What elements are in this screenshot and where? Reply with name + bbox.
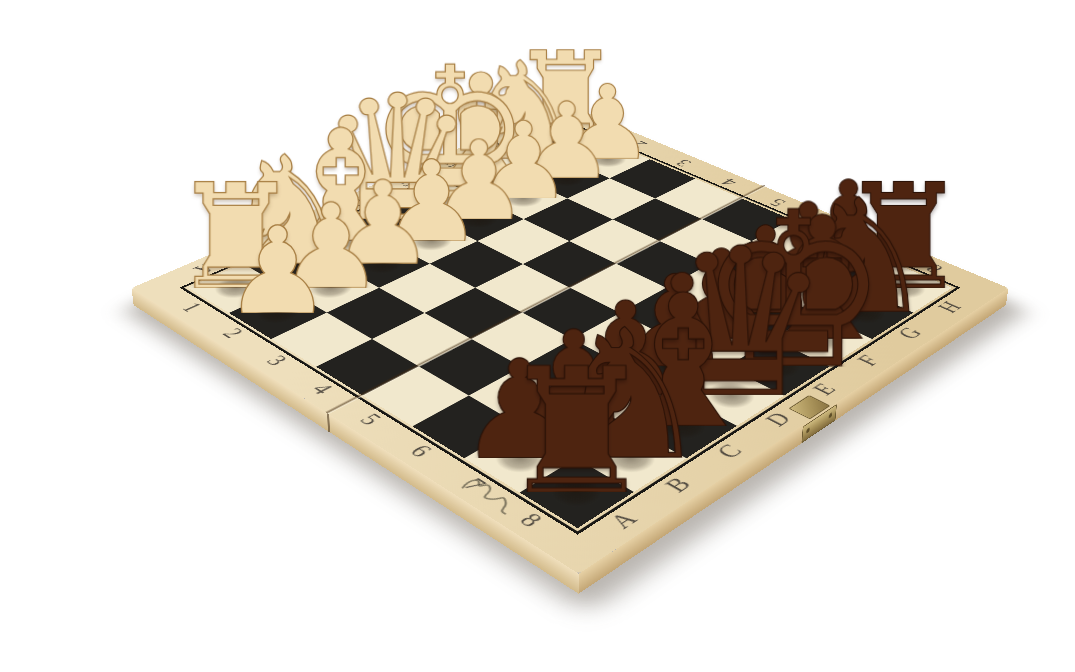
white-knight: ♞ [458,45,590,180]
chess-board: 12345678 12345678 ABCDEFGH ABCDEFGH ♜♟♞♟… [132,103,1009,574]
coordinate-label: F [415,148,483,178]
piece-shadow [581,147,636,171]
square-g2 [524,159,609,198]
square-h2 [566,141,650,179]
white-bishop: ♝ [414,55,548,200]
white-pawn: ♟ [542,72,674,175]
square-f3 [523,198,612,241]
scene: 12345678 12345678 ABCDEFGH ABCDEFGH ♜♟♞♟… [0,0,1075,672]
square-e3 [477,219,568,264]
coordinate-label: 2 [606,130,672,159]
piece-shadow [408,185,465,212]
square-g1 [482,141,566,179]
piece-shadow [539,165,595,191]
square-f2 [480,178,567,219]
fold-seam-side [327,413,330,433]
piece-shadow [539,129,592,153]
piece-shadow [402,226,461,255]
white-rook: ♜ [501,34,630,159]
square-g3 [567,178,654,219]
chess-set-photo: 12345678 12345678 ABCDEFGH ABCDEFGH ♜♟♞♟… [0,0,1075,672]
square-h1 [524,123,606,159]
coordinate-label: H [501,113,565,141]
square-h3 [609,159,694,198]
coordinate-label: 1 [565,113,630,141]
white-pawn: ♟ [409,126,549,236]
piece-shadow [495,185,552,212]
piece-shadow [453,165,509,191]
square-d3 [429,241,522,288]
white-pawn: ♟ [499,89,633,195]
white-pawn: ♟ [455,107,592,215]
piece-shadow [497,147,552,171]
square-f1 [438,159,523,198]
coordinate-label: G [458,130,524,159]
square-e2 [434,198,523,241]
piece-shadow [450,205,508,233]
